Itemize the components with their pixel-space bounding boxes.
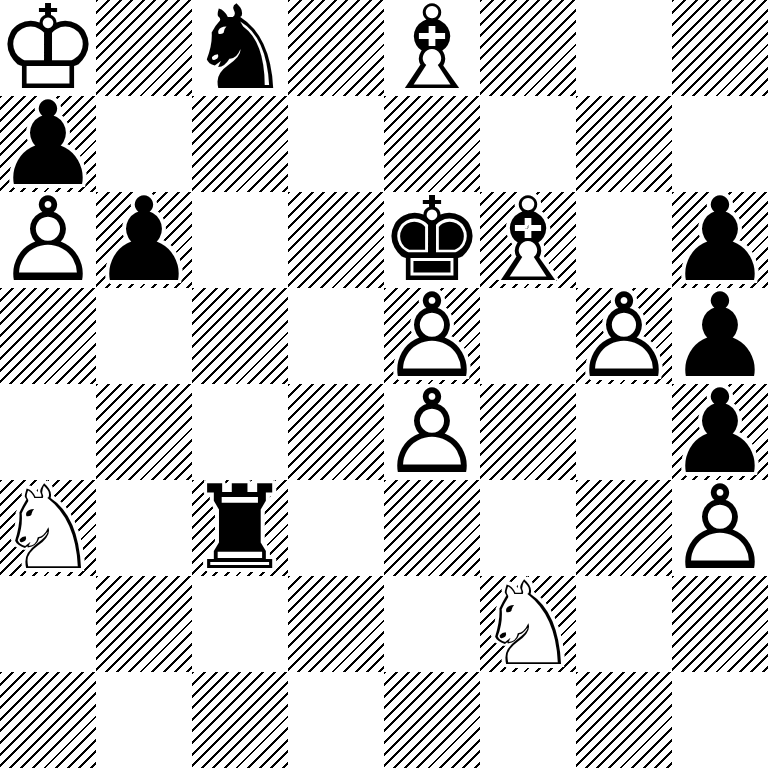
- square-b8[interactable]: [96, 0, 192, 96]
- square-d7[interactable]: [288, 96, 384, 192]
- white-pawn-icon: ♙: [672, 480, 768, 576]
- white-pawn-icon: ♙: [384, 384, 480, 480]
- square-g6[interactable]: [576, 192, 672, 288]
- square-b4[interactable]: [96, 384, 192, 480]
- square-g3[interactable]: [576, 480, 672, 576]
- square-g8[interactable]: [576, 0, 672, 96]
- piece-white-pawn[interactable]: ♟♙: [576, 288, 672, 384]
- black-pawn-icon: ♟: [672, 288, 768, 384]
- black-king-icon: ♚: [384, 192, 480, 288]
- square-h2[interactable]: [672, 576, 768, 672]
- square-e2[interactable]: [384, 576, 480, 672]
- square-e4[interactable]: ♟♙: [384, 384, 480, 480]
- square-c4[interactable]: [192, 384, 288, 480]
- square-b6[interactable]: ♟♟: [96, 192, 192, 288]
- square-h8[interactable]: [672, 0, 768, 96]
- black-pawn-icon: ♟: [672, 384, 768, 480]
- square-g7[interactable]: [576, 96, 672, 192]
- piece-black-knight[interactable]: ♞♞: [192, 0, 288, 96]
- black-pawn-icon: ♟: [0, 96, 96, 192]
- piece-white-knight[interactable]: ♞♘: [480, 576, 576, 672]
- square-d4[interactable]: [288, 384, 384, 480]
- square-d3[interactable]: [288, 480, 384, 576]
- piece-white-pawn[interactable]: ♟♙: [0, 192, 96, 288]
- white-knight-icon: ♘: [0, 480, 96, 576]
- piece-black-pawn[interactable]: ♟♟: [672, 192, 768, 288]
- square-b5[interactable]: [96, 288, 192, 384]
- square-b7[interactable]: [96, 96, 192, 192]
- square-b1[interactable]: [96, 672, 192, 768]
- square-b3[interactable]: [96, 480, 192, 576]
- square-d2[interactable]: [288, 576, 384, 672]
- square-a7[interactable]: ♟♟: [0, 96, 96, 192]
- piece-black-pawn[interactable]: ♟♟: [96, 192, 192, 288]
- square-d1[interactable]: [288, 672, 384, 768]
- piece-white-pawn[interactable]: ♟♙: [384, 384, 480, 480]
- square-c6[interactable]: [192, 192, 288, 288]
- white-king-icon: ♔: [0, 0, 96, 96]
- black-pawn-icon: ♟: [96, 192, 192, 288]
- square-c3[interactable]: ♜♜: [192, 480, 288, 576]
- black-pawn-icon: ♟: [672, 192, 768, 288]
- piece-white-knight[interactable]: ♞♘: [0, 480, 96, 576]
- square-g2[interactable]: [576, 576, 672, 672]
- piece-white-bishop[interactable]: ♝♗: [384, 0, 480, 96]
- square-f5[interactable]: [480, 288, 576, 384]
- square-h5[interactable]: ♟♟: [672, 288, 768, 384]
- square-c8[interactable]: ♞♞: [192, 0, 288, 96]
- piece-white-king[interactable]: ♚♔: [0, 0, 96, 96]
- square-h1[interactable]: [672, 672, 768, 768]
- square-d5[interactable]: [288, 288, 384, 384]
- white-bishop-icon: ♗: [384, 0, 480, 96]
- square-h6[interactable]: ♟♟: [672, 192, 768, 288]
- square-f6[interactable]: ♝♗: [480, 192, 576, 288]
- black-knight-icon: ♞: [192, 0, 288, 96]
- square-c2[interactable]: [192, 576, 288, 672]
- square-g1[interactable]: [576, 672, 672, 768]
- square-f1[interactable]: [480, 672, 576, 768]
- square-c1[interactable]: [192, 672, 288, 768]
- square-e5[interactable]: ♟♙: [384, 288, 480, 384]
- square-g4[interactable]: [576, 384, 672, 480]
- square-e6[interactable]: ♚♚: [384, 192, 480, 288]
- piece-black-pawn[interactable]: ♟♟: [0, 96, 96, 192]
- piece-black-king[interactable]: ♚♚: [384, 192, 480, 288]
- square-f2[interactable]: ♞♘: [480, 576, 576, 672]
- piece-white-pawn[interactable]: ♟♙: [384, 288, 480, 384]
- square-a4[interactable]: [0, 384, 96, 480]
- square-f3[interactable]: [480, 480, 576, 576]
- piece-black-pawn[interactable]: ♟♟: [672, 288, 768, 384]
- square-e8[interactable]: ♝♗: [384, 0, 480, 96]
- square-a1[interactable]: [0, 672, 96, 768]
- square-b2[interactable]: [96, 576, 192, 672]
- white-pawn-icon: ♙: [0, 192, 96, 288]
- square-e7[interactable]: [384, 96, 480, 192]
- chess-board: ♚♔♞♞♝♗♟♟♟♙♟♟♚♚♝♗♟♟♟♙♟♙♟♟♟♙♟♟♞♘♜♜♟♙♞♘: [0, 0, 768, 768]
- square-a2[interactable]: [0, 576, 96, 672]
- piece-black-rook[interactable]: ♜♜: [192, 480, 288, 576]
- square-a5[interactable]: [0, 288, 96, 384]
- white-pawn-icon: ♙: [384, 288, 480, 384]
- square-g5[interactable]: ♟♙: [576, 288, 672, 384]
- square-f7[interactable]: [480, 96, 576, 192]
- square-h3[interactable]: ♟♙: [672, 480, 768, 576]
- square-a8[interactable]: ♚♔: [0, 0, 96, 96]
- piece-white-bishop[interactable]: ♝♗: [480, 192, 576, 288]
- piece-white-pawn[interactable]: ♟♙: [672, 480, 768, 576]
- square-c5[interactable]: [192, 288, 288, 384]
- square-e3[interactable]: [384, 480, 480, 576]
- piece-black-pawn[interactable]: ♟♟: [672, 384, 768, 480]
- square-a6[interactable]: ♟♙: [0, 192, 96, 288]
- square-d8[interactable]: [288, 0, 384, 96]
- white-pawn-icon: ♙: [576, 288, 672, 384]
- white-knight-icon: ♘: [480, 576, 576, 672]
- square-d6[interactable]: [288, 192, 384, 288]
- white-bishop-icon: ♗: [480, 192, 576, 288]
- square-c7[interactable]: [192, 96, 288, 192]
- square-e1[interactable]: [384, 672, 480, 768]
- square-f8[interactable]: [480, 0, 576, 96]
- black-rook-icon: ♜: [192, 480, 288, 576]
- square-h7[interactable]: [672, 96, 768, 192]
- square-f4[interactable]: [480, 384, 576, 480]
- square-h4[interactable]: ♟♟: [672, 384, 768, 480]
- square-a3[interactable]: ♞♘: [0, 480, 96, 576]
